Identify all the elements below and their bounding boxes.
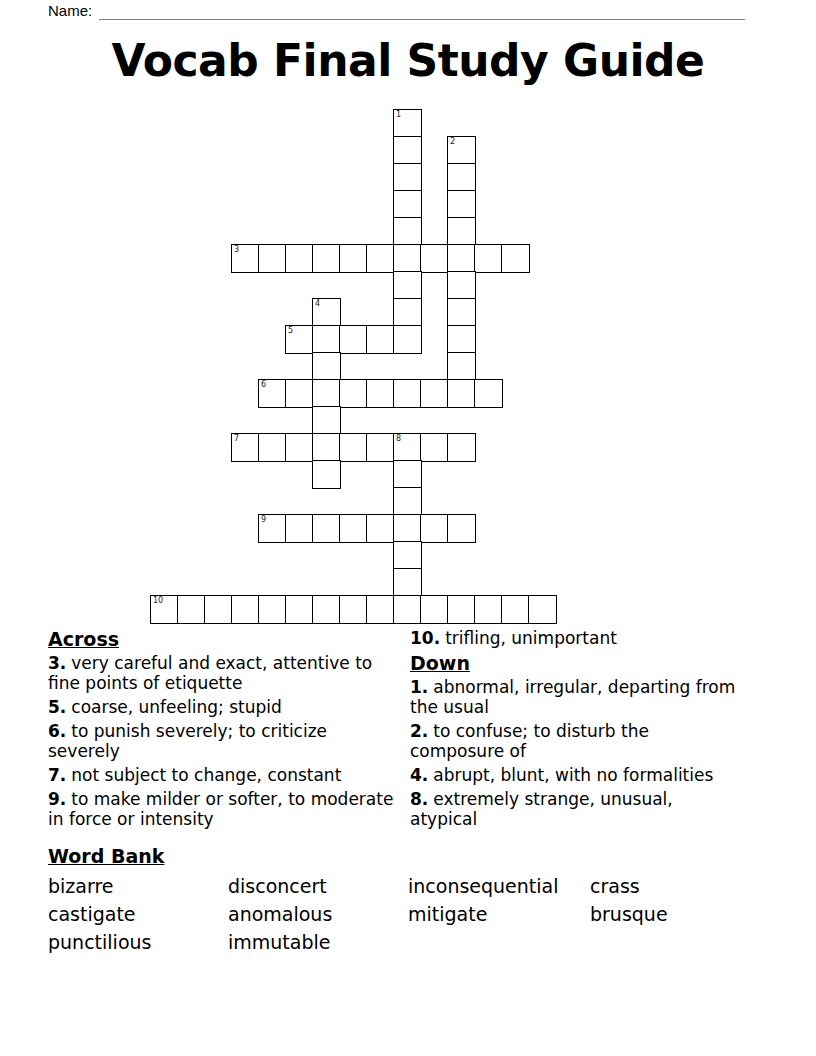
grid-cell[interactable] — [340, 596, 367, 623]
clue: 3.very careful and exact, attentive to f… — [48, 653, 400, 693]
grid-cell[interactable]: 6 — [259, 380, 286, 407]
grid-cell[interactable] — [394, 164, 421, 191]
grid-cell[interactable] — [367, 245, 394, 272]
grid-cell-number: 3 — [234, 245, 239, 254]
grid-cell[interactable] — [340, 434, 367, 461]
grid-cell[interactable] — [394, 245, 421, 272]
clue-text: to punish severely; to criticize severel… — [48, 721, 327, 761]
grid-cell[interactable] — [232, 596, 259, 623]
grid-cell[interactable] — [502, 245, 529, 272]
grid-cell[interactable] — [394, 272, 421, 299]
worksheet-page: Name: Vocab Final Study Guide 1234567891… — [0, 0, 816, 1056]
grid-cell[interactable] — [421, 515, 448, 542]
word-bank-item: bizarre — [48, 874, 228, 898]
grid-cell[interactable] — [259, 245, 286, 272]
grid-cell[interactable] — [529, 596, 556, 623]
grid-cell[interactable] — [448, 272, 475, 299]
word-bank-item: castigate — [48, 902, 228, 926]
clue-number: 10. — [410, 628, 440, 648]
clue-number: 5. — [48, 697, 66, 717]
grid-cell[interactable]: 9 — [259, 515, 286, 542]
clue: 10.trifling, unimportant — [410, 628, 743, 648]
grid-cell[interactable] — [448, 380, 475, 407]
grid-cell[interactable] — [475, 245, 502, 272]
word-bank-item: inconsequential — [408, 874, 590, 898]
word-bank-item: disconcert — [228, 874, 408, 898]
grid-cell[interactable] — [421, 380, 448, 407]
clue: 8.extremely strange, unusual, atypical — [410, 789, 743, 829]
word-bank-item: immutable — [228, 930, 408, 954]
grid-cell[interactable] — [313, 380, 340, 407]
grid-cell[interactable] — [205, 596, 232, 623]
clue-number: 9. — [48, 789, 66, 809]
clue-text: not subject to change, constant — [71, 765, 341, 785]
grid-cell[interactable] — [448, 596, 475, 623]
grid-cell[interactable] — [421, 245, 448, 272]
word-bank-item: brusque — [590, 902, 776, 926]
clue-text: abnormal, irregular, departing from the … — [410, 677, 735, 717]
word-bank-item: crass — [590, 874, 776, 898]
grid-cell[interactable] — [340, 326, 367, 353]
grid-cell-number: 6 — [261, 380, 266, 389]
word-bank-item: anomalous — [228, 902, 408, 926]
grid-cell[interactable] — [394, 380, 421, 407]
grid-cell[interactable] — [367, 326, 394, 353]
grid-cell[interactable] — [367, 515, 394, 542]
grid-cell[interactable]: 4 — [313, 299, 340, 326]
page-title: Vocab Final Study Guide — [0, 34, 816, 88]
grid-cell[interactable] — [367, 380, 394, 407]
word-bank-item: punctilious — [48, 930, 228, 954]
grid-cell-number: 7 — [234, 434, 239, 443]
grid-cell[interactable] — [394, 299, 421, 326]
grid-cell[interactable] — [286, 596, 313, 623]
clue: 2.to confuse; to disturb the composure o… — [410, 721, 743, 761]
clue-number: 4. — [410, 765, 428, 785]
clue-text: abrupt, blunt, with no formalities — [433, 765, 713, 785]
grid-cell[interactable] — [394, 515, 421, 542]
name-label: Name: — [48, 2, 92, 20]
name-input-line[interactable] — [99, 2, 745, 20]
grid-cell[interactable] — [340, 380, 367, 407]
grid-cell[interactable]: 1 — [394, 110, 421, 137]
clue-text: to confuse; to disturb the composure of — [410, 721, 649, 761]
clue-number: 2. — [410, 721, 428, 741]
grid-cell[interactable] — [313, 245, 340, 272]
clue-text: very careful and exact, attentive to fin… — [48, 653, 372, 693]
grid-cell-number: 10 — [153, 596, 163, 605]
word-bank-item: mitigate — [408, 902, 590, 926]
grid-cell[interactable] — [502, 596, 529, 623]
grid-cell[interactable] — [394, 596, 421, 623]
grid-cell[interactable]: 7 — [232, 434, 259, 461]
clue-number: 7. — [48, 765, 66, 785]
grid-cell[interactable] — [367, 434, 394, 461]
clue: 1.abnormal, irregular, departing from th… — [410, 677, 743, 717]
grid-cell[interactable]: 2 — [448, 137, 475, 164]
crossword-grid: 12345678910 — [151, 110, 556, 623]
grid-cell[interactable]: 3 — [232, 245, 259, 272]
grid-cell-number: 4 — [315, 299, 320, 308]
grid-cell[interactable] — [448, 245, 475, 272]
clue-text: extremely strange, unusual, atypical — [410, 789, 673, 829]
grid-cell[interactable] — [448, 326, 475, 353]
grid-cell-number: 8 — [396, 434, 401, 443]
clue-number: 6. — [48, 721, 66, 741]
word-bank-section: Word Bank bizarre disconcert inconsequen… — [48, 845, 776, 954]
across-heading: Across — [48, 628, 400, 650]
grid-cell[interactable] — [367, 596, 394, 623]
grid-cell[interactable] — [448, 434, 475, 461]
grid-cell[interactable] — [313, 326, 340, 353]
grid-cell[interactable] — [394, 569, 421, 596]
grid-cell[interactable] — [475, 596, 502, 623]
grid-cell[interactable] — [340, 515, 367, 542]
clue: 7.not subject to change, constant — [48, 765, 400, 785]
down-clues-column: 10.trifling, unimportant Down 1.abnormal… — [410, 628, 743, 833]
clue-text: to make milder or softer, to moderate in… — [48, 789, 393, 829]
grid-cell[interactable] — [313, 461, 340, 488]
grid-cell[interactable] — [286, 515, 313, 542]
grid-cell[interactable] — [421, 596, 448, 623]
grid-cell[interactable] — [394, 191, 421, 218]
across-clues-column: Across 3.very careful and exact, attenti… — [48, 628, 400, 833]
clue: 6.to punish severely; to criticize sever… — [48, 721, 400, 761]
clue: 4.abrupt, blunt, with no formalities — [410, 765, 743, 785]
grid-cell[interactable] — [286, 245, 313, 272]
grid-cell[interactable] — [448, 299, 475, 326]
grid-cell[interactable] — [394, 488, 421, 515]
grid-cell[interactable] — [259, 596, 286, 623]
grid-cell[interactable]: 8 — [394, 434, 421, 461]
clues-section: Across 3.very careful and exact, attenti… — [48, 628, 743, 833]
grid-cell[interactable] — [448, 353, 475, 380]
grid-cell[interactable] — [448, 218, 475, 245]
grid-cell[interactable] — [448, 164, 475, 191]
grid-cell[interactable] — [448, 515, 475, 542]
clue-number: 8. — [410, 789, 428, 809]
clue: 9.to make milder or softer, to moderate … — [48, 789, 400, 829]
grid-cell[interactable] — [394, 326, 421, 353]
clue-number: 1. — [410, 677, 428, 697]
grid-cell[interactable] — [394, 542, 421, 569]
clue-text: coarse, unfeeling; stupid — [71, 697, 281, 717]
grid-cell[interactable] — [286, 380, 313, 407]
down-heading: Down — [410, 652, 743, 674]
grid-cell-number: 9 — [261, 515, 266, 524]
grid-cell[interactable] — [259, 434, 286, 461]
grid-cell[interactable] — [313, 353, 340, 380]
name-row: Name: — [48, 2, 745, 20]
grid-cell[interactable]: 10 — [151, 596, 178, 623]
grid-cell[interactable] — [394, 137, 421, 164]
grid-cell[interactable] — [394, 461, 421, 488]
grid-cell[interactable] — [313, 434, 340, 461]
grid-cell[interactable]: 5 — [286, 326, 313, 353]
grid-cell[interactable] — [340, 245, 367, 272]
grid-cell[interactable] — [421, 434, 448, 461]
grid-cell-number: 1 — [396, 110, 401, 119]
word-bank-heading: Word Bank — [48, 845, 776, 867]
grid-cell[interactable] — [475, 380, 502, 407]
clue: 5.coarse, unfeeling; stupid — [48, 697, 400, 717]
grid-cell-number: 2 — [450, 137, 455, 146]
grid-cell[interactable] — [286, 434, 313, 461]
grid-cell[interactable] — [313, 515, 340, 542]
grid-cell-number: 5 — [288, 326, 293, 335]
grid-cell[interactable] — [313, 407, 340, 434]
grid-cell[interactable] — [448, 191, 475, 218]
clue-number: 3. — [48, 653, 66, 673]
grid-cell[interactable] — [394, 218, 421, 245]
grid-cell[interactable] — [313, 596, 340, 623]
clue-text: trifling, unimportant — [445, 628, 617, 648]
word-bank-grid: bizarre disconcert inconsequential crass… — [48, 874, 776, 954]
grid-cell[interactable] — [178, 596, 205, 623]
